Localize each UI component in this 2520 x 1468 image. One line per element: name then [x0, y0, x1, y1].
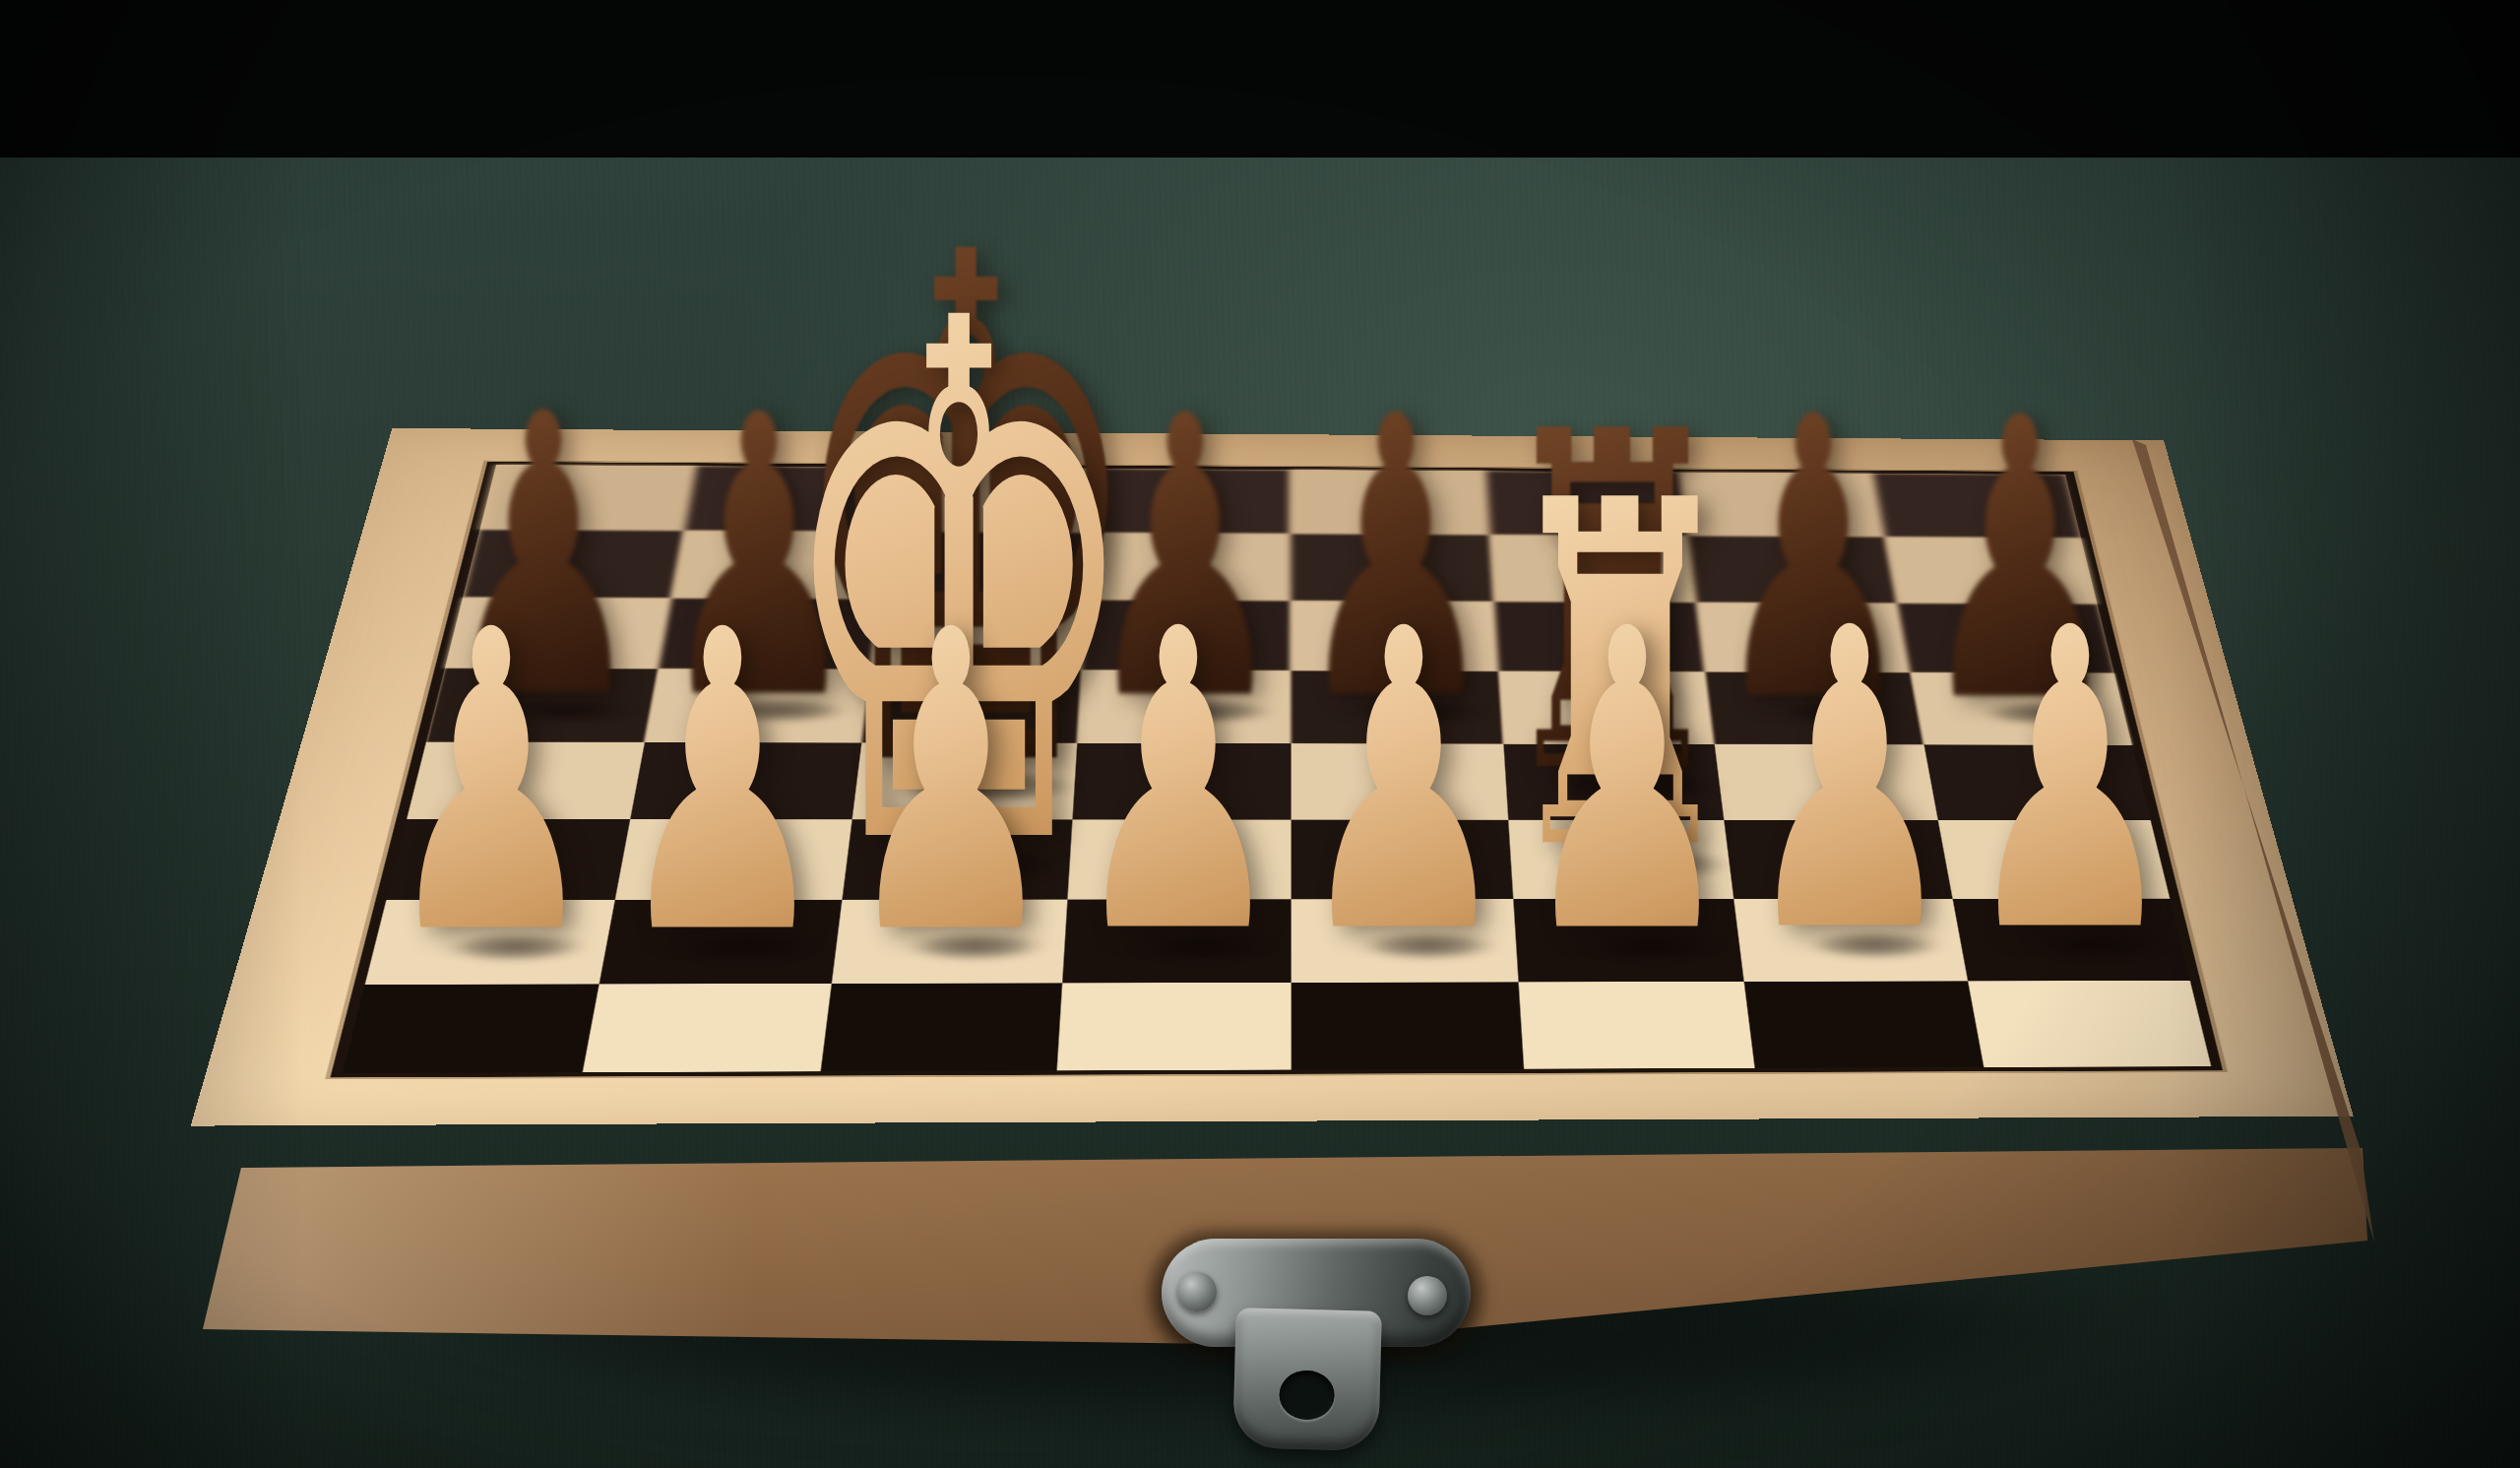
latch-screw-left [1177, 1272, 1217, 1311]
photo-scene: ♟♟♟♟♟♟♚♜♚♜♟♟♟♟♟♟♟♟ [0, 0, 2520, 1468]
clasp-latch [0, 0, 2520, 1468]
latch-hole [1279, 1370, 1335, 1420]
latch-hasp [1232, 1308, 1382, 1451]
latch-screw-right [1408, 1276, 1447, 1315]
